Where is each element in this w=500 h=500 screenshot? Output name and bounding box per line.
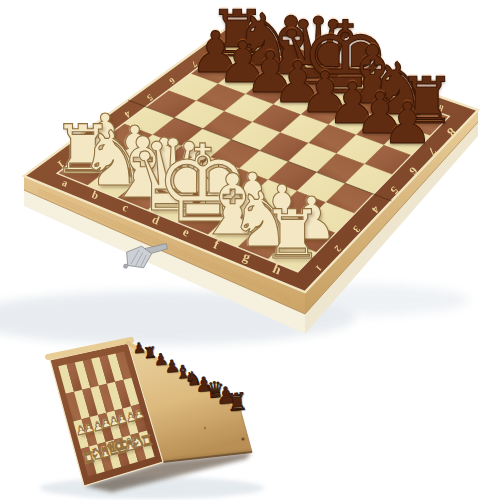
inset-hinge-pin: [204, 427, 206, 429]
product-photo-scene: aabbccddeeffgghh1122334455667788 ♜♞♝♛♚♝♞…: [0, 0, 500, 500]
main-chessboard: aabbccddeeffgghh1122334455667788: [0, 0, 500, 500]
inset-latch-hole: [241, 437, 244, 440]
